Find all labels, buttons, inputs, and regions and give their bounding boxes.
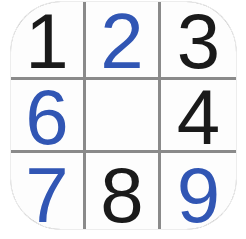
cell-r2c1: 8 (86, 153, 158, 230)
cell-r1c1 (86, 80, 158, 150)
screenshot-canvas: 1 2 3 6 4 7 8 9 (0, 0, 246, 239)
cell-r0c1: 2 (86, 2, 158, 77)
cell-r2c2: 9 (161, 153, 236, 230)
sudoku-app-icon[interactable]: 1 2 3 6 4 7 8 9 (10, 1, 237, 230)
cell-r2c0: 7 (11, 153, 83, 230)
cell-r1c0: 6 (11, 80, 83, 150)
cell-r0c0: 1 (11, 2, 83, 77)
cell-r0c2: 3 (161, 2, 236, 77)
cell-r1c2: 4 (161, 80, 236, 150)
